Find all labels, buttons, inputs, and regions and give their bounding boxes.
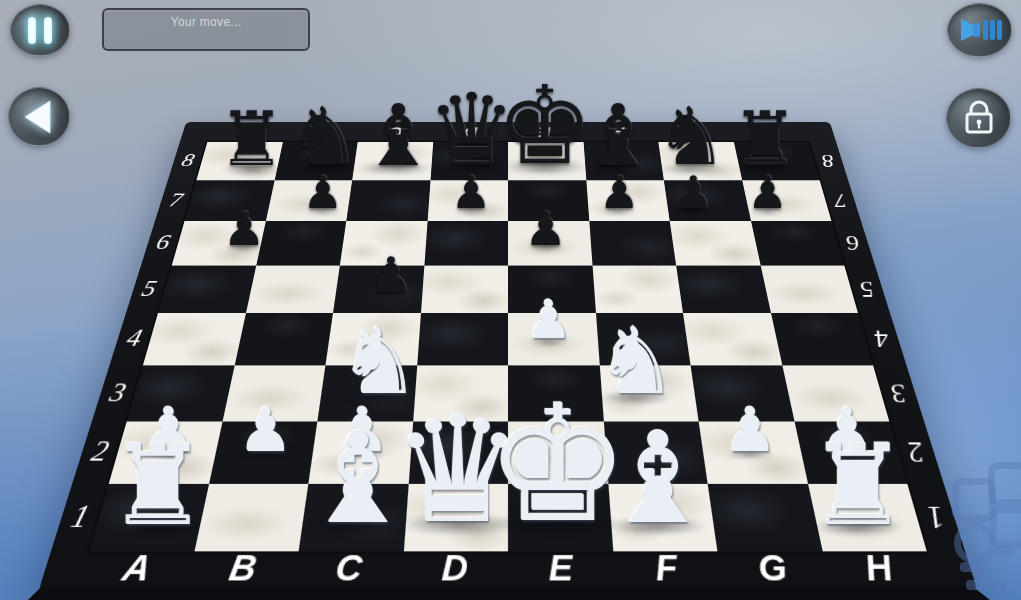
- square-g4[interactable]: [683, 313, 782, 365]
- back-button[interactable]: [8, 87, 70, 146]
- square-d5[interactable]: [421, 265, 509, 313]
- square-d6[interactable]: [424, 221, 508, 265]
- square-h5[interactable]: [760, 265, 858, 313]
- square-a4[interactable]: [143, 313, 245, 365]
- piece-black-pawn-h7[interactable]: ♟: [747, 170, 787, 215]
- piece-white-bishop-f1[interactable]: ♝: [602, 416, 715, 542]
- piece-white-pawn-g2[interactable]: ♟: [723, 399, 778, 460]
- piece-black-knight-b8[interactable]: ♞: [289, 97, 361, 177]
- lock-button[interactable]: [946, 88, 1011, 148]
- square-g6[interactable]: [670, 221, 760, 265]
- back-arrow-icon: [17, 97, 61, 137]
- pause-icon: [44, 17, 52, 44]
- piece-black-pawn-a6[interactable]: ♟: [223, 205, 265, 252]
- piece-black-pawn-c5[interactable]: ♟: [369, 251, 413, 300]
- square-f5[interactable]: [592, 265, 683, 313]
- square-b5[interactable]: [246, 265, 340, 313]
- piece-black-pawn-b7[interactable]: ♟: [303, 170, 343, 215]
- chess-app-screen: AABBCCDDEEFFGGHH1122334455667788 ♜♞♝♛♚♝♞…: [0, 0, 1021, 600]
- piece-white-pawn-e4[interactable]: ♟: [525, 293, 573, 346]
- square-g5[interactable]: [676, 265, 770, 313]
- piece-black-pawn-f7[interactable]: ♟: [599, 170, 639, 215]
- square-g1[interactable]: [708, 483, 823, 551]
- square-d4[interactable]: [417, 313, 508, 365]
- sound-button[interactable]: [947, 3, 1012, 57]
- speaker-icon: [957, 11, 1003, 49]
- square-h4[interactable]: [771, 313, 873, 365]
- piece-white-rook-h1[interactable]: ♜: [808, 429, 908, 541]
- square-h6[interactable]: [751, 221, 845, 265]
- square-c7[interactable]: [346, 180, 430, 221]
- piece-white-pawn-b2[interactable]: ♟: [238, 399, 293, 460]
- piece-black-pawn-g7[interactable]: ♟: [673, 170, 713, 215]
- piece-white-rook-a1[interactable]: ♜: [108, 429, 208, 541]
- square-b1[interactable]: [194, 483, 309, 551]
- pause-button[interactable]: [10, 4, 70, 56]
- lock-icon: [958, 97, 1000, 139]
- file-label-bottom-H: H: [821, 546, 937, 589]
- pause-icon: [28, 17, 36, 44]
- square-b4[interactable]: [234, 313, 333, 365]
- square-a5[interactable]: [158, 265, 256, 313]
- file-label-bottom-G: G: [717, 546, 830, 589]
- piece-black-pawn-d7[interactable]: ♟: [451, 170, 491, 215]
- message-panel: Your move...: [102, 8, 310, 51]
- status-message: Your move...: [104, 15, 308, 29]
- file-label-bottom-B: B: [186, 546, 299, 589]
- piece-black-bishop-c8[interactable]: ♝: [360, 93, 436, 178]
- piece-black-king-e8[interactable]: ♚: [496, 72, 593, 180]
- piece-black-knight-g8[interactable]: ♞: [655, 97, 727, 177]
- square-b6[interactable]: [256, 221, 346, 265]
- square-f6[interactable]: [589, 221, 676, 265]
- file-label-bottom-C: C: [293, 546, 403, 589]
- piece-black-pawn-e6[interactable]: ♟: [525, 205, 567, 252]
- file-label-bottom-A: A: [78, 546, 194, 589]
- piece-black-rook-a8[interactable]: ♜: [218, 102, 285, 177]
